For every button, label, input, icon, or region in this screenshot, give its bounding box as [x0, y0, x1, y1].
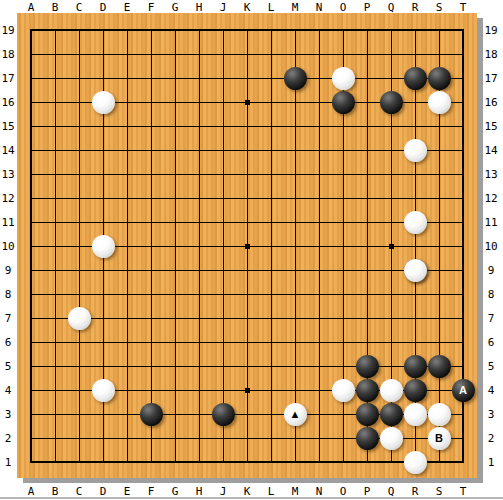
col-label-top: N: [316, 2, 323, 13]
black-stone[interactable]: A: [452, 379, 475, 402]
col-label-bottom: A: [28, 486, 35, 497]
black-stone[interactable]: [212, 403, 235, 426]
row-label-left: 2: [5, 433, 12, 444]
row-label-left: 7: [5, 313, 12, 324]
white-stone[interactable]: [404, 139, 427, 162]
row-label-left: 12: [1, 193, 14, 204]
black-stone[interactable]: [404, 355, 427, 378]
col-label-bottom: M: [292, 486, 299, 497]
col-label-bottom: F: [148, 486, 155, 497]
row-label-right: 17: [484, 73, 497, 84]
col-label-top: D: [100, 2, 107, 13]
black-stone[interactable]: [380, 91, 403, 114]
row-label-right: 5: [488, 361, 495, 372]
white-stone[interactable]: [404, 451, 427, 474]
col-label-top: R: [412, 2, 419, 13]
white-stone[interactable]: [92, 379, 115, 402]
row-label-left: 5: [5, 361, 12, 372]
row-label-right: 3: [488, 409, 495, 420]
white-stone[interactable]: [428, 91, 451, 114]
col-label-top: C: [76, 2, 83, 13]
row-label-right: 7: [488, 313, 495, 324]
row-label-right: 14: [484, 145, 497, 156]
col-label-top: O: [340, 2, 347, 13]
col-label-bottom: E: [124, 486, 131, 497]
col-label-bottom: N: [316, 486, 323, 497]
row-label-right: 11: [484, 217, 497, 228]
row-label-right: 19: [484, 25, 497, 36]
col-label-bottom: S: [436, 486, 443, 497]
white-stone[interactable]: [404, 259, 427, 282]
col-label-bottom: D: [100, 486, 107, 497]
row-label-left: 13: [1, 169, 14, 180]
row-label-right: 13: [484, 169, 497, 180]
col-label-bottom: C: [76, 486, 83, 497]
white-stone[interactable]: [68, 307, 91, 330]
col-label-bottom: L: [268, 486, 275, 497]
row-label-left: 8: [5, 289, 12, 300]
white-stone[interactable]: [404, 403, 427, 426]
row-label-right: 8: [488, 289, 495, 300]
row-label-right: 4: [488, 385, 495, 396]
col-label-top: Q: [388, 2, 395, 13]
col-label-top: M: [292, 2, 299, 13]
black-stone[interactable]: [356, 427, 379, 450]
row-label-right: 18: [484, 49, 497, 60]
black-stone[interactable]: [404, 67, 427, 90]
black-stone[interactable]: [356, 403, 379, 426]
col-label-bottom: P: [364, 486, 371, 497]
row-label-right: 1: [488, 457, 495, 468]
row-label-left: 3: [5, 409, 12, 420]
row-label-right: 6: [488, 337, 495, 348]
triangle-marker: ▲: [290, 408, 301, 419]
row-label-right: 9: [488, 265, 495, 276]
white-stone[interactable]: [380, 427, 403, 450]
white-stone[interactable]: B: [428, 427, 451, 450]
row-label-left: 15: [1, 121, 14, 132]
col-label-bottom: K: [244, 486, 251, 497]
row-label-left: 17: [1, 73, 14, 84]
row-label-left: 4: [5, 385, 12, 396]
col-label-top: T: [460, 2, 467, 13]
white-stone[interactable]: [404, 211, 427, 234]
row-label-left: 10: [1, 241, 14, 252]
row-label-left: 19: [1, 25, 14, 36]
stones-layer[interactable]: A▲B: [19, 18, 475, 474]
col-label-top: L: [268, 2, 275, 13]
row-label-left: 14: [1, 145, 14, 156]
col-label-bottom: Q: [388, 486, 395, 497]
col-label-top: H: [196, 2, 203, 13]
row-label-left: 1: [5, 457, 12, 468]
white-stone[interactable]: [380, 379, 403, 402]
col-label-top: A: [28, 2, 35, 13]
go-board-screenshot: A▲B AABBCCDDEEFFGGHHJJKKLLMMNNOOPPQQRRSS…: [0, 0, 503, 500]
col-label-top: G: [172, 2, 179, 13]
black-stone[interactable]: [332, 91, 355, 114]
col-label-top: K: [244, 2, 251, 13]
black-stone[interactable]: [140, 403, 163, 426]
black-stone[interactable]: [380, 403, 403, 426]
col-label-top: J: [220, 2, 227, 13]
row-label-right: 16: [484, 97, 497, 108]
col-label-bottom: B: [52, 486, 59, 497]
white-stone[interactable]: [428, 403, 451, 426]
row-label-left: 6: [5, 337, 12, 348]
black-stone[interactable]: [428, 67, 451, 90]
col-label-bottom: O: [340, 486, 347, 497]
black-stone[interactable]: [284, 67, 307, 90]
label-b-marker: B: [435, 433, 443, 444]
col-label-top: B: [52, 2, 59, 13]
white-stone[interactable]: [92, 91, 115, 114]
row-label-right: 2: [488, 433, 495, 444]
row-label-right: 15: [484, 121, 497, 132]
black-stone[interactable]: [428, 355, 451, 378]
col-label-bottom: J: [220, 486, 227, 497]
col-label-top: F: [148, 2, 155, 13]
row-label-right: 10: [484, 241, 497, 252]
col-label-bottom: G: [172, 486, 179, 497]
col-label-bottom: T: [460, 486, 467, 497]
black-stone[interactable]: [356, 355, 379, 378]
row-label-left: 16: [1, 97, 14, 108]
col-label-top: P: [364, 2, 371, 13]
black-stone[interactable]: [356, 379, 379, 402]
label-a-marker: A: [459, 385, 467, 396]
row-label-left: 9: [5, 265, 12, 276]
window-edge-line: [0, 497, 503, 499]
white-stone[interactable]: [332, 379, 355, 402]
white-stone[interactable]: [332, 67, 355, 90]
col-label-top: E: [124, 2, 131, 13]
white-stone[interactable]: ▲: [284, 403, 307, 426]
row-label-right: 12: [484, 193, 497, 204]
col-label-top: S: [436, 2, 443, 13]
col-label-bottom: H: [196, 486, 203, 497]
row-label-left: 11: [1, 217, 14, 228]
black-stone[interactable]: [404, 379, 427, 402]
col-label-bottom: R: [412, 486, 419, 497]
row-label-left: 18: [1, 49, 14, 60]
white-stone[interactable]: [92, 235, 115, 258]
